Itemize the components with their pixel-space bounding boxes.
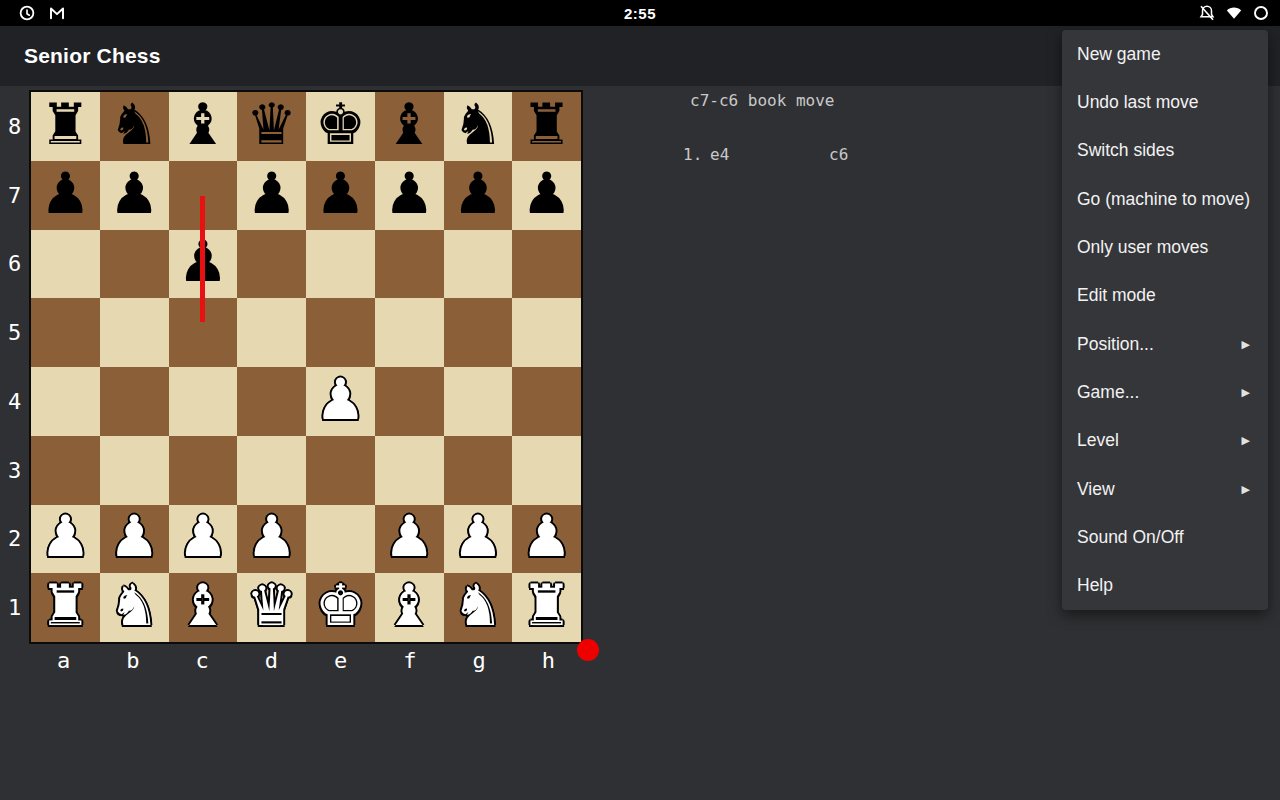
piece-black-knight: ♞	[109, 96, 160, 153]
square-b4[interactable]	[100, 367, 169, 436]
menu-item-switch-sides[interactable]: Switch sides	[1062, 127, 1268, 175]
square-b3[interactable]	[100, 436, 169, 505]
piece-white-pawn: ♟	[384, 508, 435, 565]
square-e1[interactable]: ♚	[306, 573, 375, 642]
piece-black-pawn: ♟	[109, 165, 160, 222]
square-f2[interactable]: ♟	[375, 505, 444, 574]
piece-black-pawn: ♟	[384, 165, 435, 222]
square-d6[interactable]	[237, 230, 306, 299]
square-g6[interactable]	[444, 230, 513, 299]
square-e6[interactable]	[306, 230, 375, 299]
square-a5[interactable]	[31, 298, 100, 367]
square-a3[interactable]	[31, 436, 100, 505]
square-a7[interactable]: ♟	[31, 161, 100, 230]
piece-black-pawn: ♟	[246, 165, 297, 222]
submenu-arrow-icon: ▶	[1242, 338, 1250, 351]
square-e8[interactable]: ♚	[306, 92, 375, 161]
wifi-icon	[1225, 4, 1243, 22]
submenu-arrow-icon: ▶	[1242, 386, 1250, 399]
menu-item-help[interactable]: Help	[1062, 562, 1268, 610]
app-title: Senior Chess	[24, 26, 161, 86]
menu-item-label: New game	[1077, 44, 1161, 65]
square-c2[interactable]: ♟	[169, 505, 238, 574]
piece-white-queen: ♛	[246, 577, 297, 634]
piece-black-king: ♚	[315, 96, 366, 153]
menu-item-sound-on-off[interactable]: Sound On/Off	[1062, 513, 1268, 561]
file-label-f: f	[375, 644, 444, 676]
piece-black-pawn: ♟	[521, 165, 572, 222]
piece-black-queen: ♛	[246, 96, 297, 153]
square-d7[interactable]: ♟	[237, 161, 306, 230]
submenu-arrow-icon: ▶	[1242, 434, 1250, 447]
piece-white-knight: ♞	[109, 577, 160, 634]
square-h7[interactable]: ♟	[512, 161, 581, 230]
piece-white-pawn: ♟	[40, 508, 91, 565]
menu-item-label: Go (machine to move)	[1077, 189, 1250, 210]
square-f1[interactable]: ♝	[375, 573, 444, 642]
square-b5[interactable]	[100, 298, 169, 367]
rank-label-3: 3	[0, 436, 29, 505]
square-g8[interactable]: ♞	[444, 92, 513, 161]
last-move-indicator	[200, 196, 205, 322]
square-e2[interactable]	[306, 505, 375, 574]
square-e5[interactable]	[306, 298, 375, 367]
submenu-arrow-icon: ▶	[1242, 483, 1250, 496]
menu-item-label: Edit mode	[1077, 285, 1156, 306]
piece-white-rook: ♜	[521, 577, 572, 634]
menu-item-game[interactable]: Game...▶	[1062, 368, 1268, 416]
square-b2[interactable]: ♟	[100, 505, 169, 574]
square-a2[interactable]: ♟	[31, 505, 100, 574]
square-h6[interactable]	[512, 230, 581, 299]
options-menu: New gameUndo last moveSwitch sidesGo (ma…	[1062, 30, 1268, 610]
file-label-g: g	[445, 644, 514, 676]
square-f4[interactable]	[375, 367, 444, 436]
piece-black-pawn: ♟	[452, 165, 503, 222]
square-f7[interactable]: ♟	[375, 161, 444, 230]
square-h1[interactable]: ♜	[512, 573, 581, 642]
menu-item-edit-mode[interactable]: Edit mode	[1062, 272, 1268, 320]
square-d8[interactable]: ♛	[237, 92, 306, 161]
square-h5[interactable]	[512, 298, 581, 367]
engine-status-dot	[577, 639, 599, 661]
chess-board: ♜♞♝♛♚♝♞♜♟♟♟♟♟♟♟♟♟♟♟♟♟♟♟♟♜♞♝♛♚♝♞♜	[29, 90, 583, 644]
square-g1[interactable]: ♞	[444, 573, 513, 642]
piece-white-bishop: ♝	[384, 577, 435, 634]
rank-label-2: 2	[0, 505, 29, 574]
rank-label-4: 4	[0, 367, 29, 436]
square-b7[interactable]: ♟	[100, 161, 169, 230]
rank-label-5: 5	[0, 298, 29, 367]
square-a6[interactable]	[31, 230, 100, 299]
square-f6[interactable]	[375, 230, 444, 299]
square-g3[interactable]	[444, 436, 513, 505]
file-label-c: c	[168, 644, 237, 676]
square-b6[interactable]	[100, 230, 169, 299]
square-f5[interactable]	[375, 298, 444, 367]
menu-item-label: Level	[1077, 430, 1119, 451]
move-black[interactable]: c6	[829, 145, 848, 164]
menu-item-label: Game...	[1077, 382, 1139, 403]
move-white[interactable]: e4	[710, 145, 729, 164]
status-bar-right-icons	[1198, 0, 1270, 26]
square-a1[interactable]: ♜	[31, 573, 100, 642]
square-e3[interactable]	[306, 436, 375, 505]
piece-white-pawn: ♟	[521, 508, 572, 565]
square-f3[interactable]	[375, 436, 444, 505]
notifications-off-icon	[1198, 4, 1216, 22]
file-label-e: e	[306, 644, 375, 676]
piece-black-knight: ♞	[452, 96, 503, 153]
square-g7[interactable]: ♟	[444, 161, 513, 230]
menu-item-level[interactable]: Level▶	[1062, 417, 1268, 465]
square-h3[interactable]	[512, 436, 581, 505]
file-labels: abcdefgh	[29, 644, 583, 676]
menu-item-view[interactable]: View▶	[1062, 465, 1268, 513]
square-d2[interactable]: ♟	[237, 505, 306, 574]
move-history-panel: c7-c6 book move 1. e4 c6	[650, 86, 1050, 286]
menu-item-label: Undo last move	[1077, 92, 1199, 113]
menu-item-undo-last-move[interactable]: Undo last move	[1062, 78, 1268, 126]
piece-white-pawn: ♟	[452, 508, 503, 565]
engine-status-text: c7-c6 book move	[690, 91, 835, 110]
menu-item-label: Sound On/Off	[1077, 527, 1184, 548]
status-bar-clock: 2:55	[0, 0, 1280, 26]
move-number: 1.	[683, 145, 702, 164]
piece-white-knight: ♞	[452, 577, 503, 634]
square-d1[interactable]: ♛	[237, 573, 306, 642]
piece-black-rook: ♜	[521, 96, 572, 153]
file-label-d: d	[237, 644, 306, 676]
square-h8[interactable]: ♜	[512, 92, 581, 161]
square-g2[interactable]: ♟	[444, 505, 513, 574]
piece-white-pawn: ♟	[315, 371, 366, 428]
piece-white-pawn: ♟	[109, 508, 160, 565]
piece-white-pawn: ♟	[177, 508, 228, 565]
square-g5[interactable]	[444, 298, 513, 367]
square-b1[interactable]: ♞	[100, 573, 169, 642]
piece-black-pawn: ♟	[40, 165, 91, 222]
square-d3[interactable]	[237, 436, 306, 505]
rank-label-8: 8	[0, 92, 29, 161]
menu-item-only-user-moves[interactable]: Only user moves	[1062, 223, 1268, 271]
status-bar: 2:55	[0, 0, 1280, 26]
square-e7[interactable]: ♟	[306, 161, 375, 230]
piece-black-bishop: ♝	[384, 96, 435, 153]
piece-black-rook: ♜	[40, 96, 91, 153]
rank-label-1: 1	[0, 573, 29, 642]
square-e4[interactable]: ♟	[306, 367, 375, 436]
menu-item-new-game[interactable]: New game	[1062, 30, 1268, 78]
square-d4[interactable]	[237, 367, 306, 436]
square-a8[interactable]: ♜	[31, 92, 100, 161]
square-d5[interactable]	[237, 298, 306, 367]
square-c3[interactable]	[169, 436, 238, 505]
file-label-b: b	[98, 644, 167, 676]
rank-label-6: 6	[0, 230, 29, 299]
square-g4[interactable]	[444, 367, 513, 436]
piece-black-bishop: ♝	[177, 96, 228, 153]
rank-labels: 87654321	[0, 92, 29, 642]
piece-white-king: ♚	[315, 577, 366, 634]
menu-item-label: View	[1077, 479, 1115, 500]
menu-item-label: Position...	[1077, 334, 1154, 355]
menu-item-go-machine-to-move[interactable]: Go (machine to move)	[1062, 175, 1268, 223]
battery-circle-icon	[1252, 4, 1270, 22]
piece-white-rook: ♜	[40, 577, 91, 634]
square-f8[interactable]: ♝	[375, 92, 444, 161]
rank-label-7: 7	[0, 161, 29, 230]
piece-black-pawn: ♟	[315, 165, 366, 222]
menu-item-position[interactable]: Position...▶	[1062, 320, 1268, 368]
file-label-h: h	[514, 644, 583, 676]
piece-white-pawn: ♟	[246, 508, 297, 565]
menu-item-label: Switch sides	[1077, 140, 1174, 161]
file-label-a: a	[29, 644, 98, 676]
square-b8[interactable]: ♞	[100, 92, 169, 161]
piece-white-bishop: ♝	[177, 577, 228, 634]
square-c1[interactable]: ♝	[169, 573, 238, 642]
square-a4[interactable]	[31, 367, 100, 436]
square-h4[interactable]	[512, 367, 581, 436]
square-c8[interactable]: ♝	[169, 92, 238, 161]
menu-item-label: Only user moves	[1077, 237, 1208, 258]
menu-item-label: Help	[1077, 575, 1113, 596]
square-c4[interactable]	[169, 367, 238, 436]
square-h2[interactable]: ♟	[512, 505, 581, 574]
